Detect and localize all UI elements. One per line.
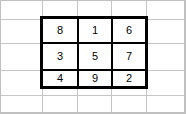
cell-r1c3[interactable]: 6 [113, 19, 145, 42]
cell-r3c3[interactable]: 2 [113, 71, 145, 86]
cell-r2c2[interactable]: 5 [79, 44, 111, 69]
cell-r3c1[interactable]: 4 [43, 71, 77, 86]
cell-r1c2[interactable]: 1 [79, 19, 111, 42]
cell-r2c3[interactable]: 7 [113, 44, 145, 69]
spreadsheet-canvas[interactable]: 8 1 6 3 5 7 4 9 2 [0, 0, 186, 114]
cell-r2c1[interactable]: 3 [43, 44, 77, 69]
magic-square-board: 8 1 6 3 5 7 4 9 2 [40, 16, 148, 89]
cell-r1c1[interactable]: 8 [43, 19, 77, 42]
gridline-horizontal [1, 95, 184, 96]
cell-r3c2[interactable]: 9 [79, 71, 111, 86]
